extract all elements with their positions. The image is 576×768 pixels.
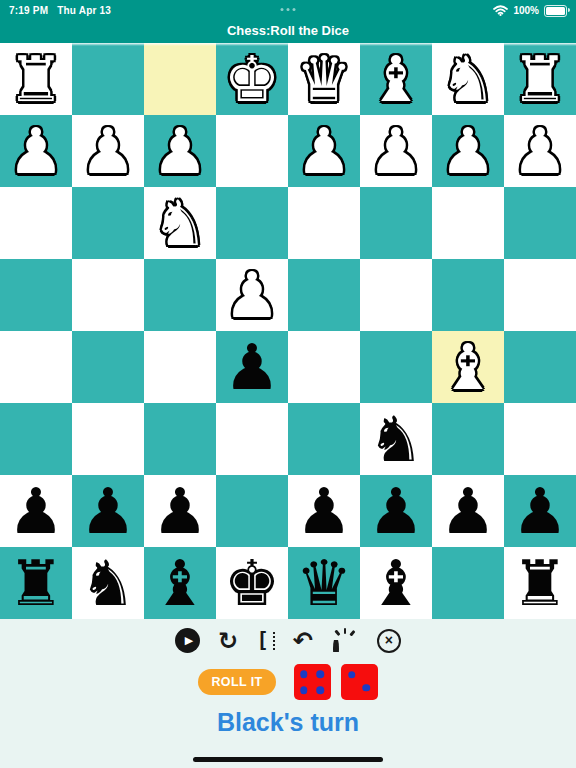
piece-black-knight: ♞ — [72, 547, 144, 619]
piece-white-knight: ♞ — [144, 187, 216, 259]
square-c8[interactable]: ♝ — [360, 547, 432, 619]
square-e3[interactable] — [216, 187, 288, 259]
piece-white-pawn: ♟ — [216, 259, 288, 331]
piece-black-pawn: ♟ — [432, 475, 504, 547]
square-h2[interactable]: ♟ — [0, 115, 72, 187]
turn-indicator: Black's turn — [0, 708, 576, 737]
redo-button[interactable]: ↻ — [218, 629, 238, 653]
square-f7[interactable]: ♟ — [144, 475, 216, 547]
undo-icon: ↶ — [293, 629, 313, 653]
square-c3[interactable] — [360, 187, 432, 259]
square-d1[interactable]: ♛ — [288, 43, 360, 115]
square-d5[interactable] — [288, 331, 360, 403]
piece-black-pawn: ♟ — [0, 475, 72, 547]
square-f2[interactable]: ♟ — [144, 115, 216, 187]
square-b1[interactable]: ♞ — [432, 43, 504, 115]
square-c7[interactable]: ♟ — [360, 475, 432, 547]
piece-black-king: ♚ — [216, 547, 288, 619]
hangup-icon — [334, 629, 340, 635]
square-a6[interactable] — [504, 403, 576, 475]
status-bar: 7:19 PM Thu Apr 13 100% — [0, 0, 576, 21]
multitask-dots-icon — [281, 8, 296, 11]
play-icon: ▶ — [182, 635, 193, 646]
piece-white-rook: ♜ — [504, 43, 576, 115]
square-g6[interactable] — [72, 403, 144, 475]
square-a5[interactable] — [504, 331, 576, 403]
square-d2[interactable]: ♟ — [288, 115, 360, 187]
square-h6[interactable] — [0, 403, 72, 475]
square-e2[interactable] — [216, 115, 288, 187]
home-indicator[interactable] — [193, 757, 383, 762]
square-c1[interactable]: ♝ — [360, 43, 432, 115]
square-b7[interactable]: ♟ — [432, 475, 504, 547]
app-screen: 7:19 PM Thu Apr 13 100% Chess:Roll the D… — [0, 0, 576, 768]
square-f8[interactable]: ♝ — [144, 547, 216, 619]
square-g7[interactable]: ♟ — [72, 475, 144, 547]
square-a2[interactable]: ♟ — [504, 115, 576, 187]
square-c5[interactable] — [360, 331, 432, 403]
piece-white-pawn: ♟ — [432, 115, 504, 187]
square-h1[interactable]: ♜ — [0, 43, 72, 115]
square-e7[interactable] — [216, 475, 288, 547]
square-b6[interactable] — [432, 403, 504, 475]
dice-tray — [294, 664, 378, 700]
piece-white-bishop: ♝ — [432, 331, 504, 403]
square-d6[interactable] — [288, 403, 360, 475]
piece-black-pawn: ♟ — [144, 475, 216, 547]
redo-icon: ↻ — [218, 629, 238, 653]
square-f4[interactable] — [144, 259, 216, 331]
square-e5[interactable]: ♟ — [216, 331, 288, 403]
square-d3[interactable] — [288, 187, 360, 259]
square-b2[interactable]: ♟ — [432, 115, 504, 187]
piece-white-queen: ♛ — [288, 43, 360, 115]
close-icon: × — [385, 633, 393, 647]
square-c2[interactable]: ♟ — [360, 115, 432, 187]
die-1-showing-4 — [294, 664, 331, 700]
piece-black-bishop: ♝ — [360, 547, 432, 619]
square-e6[interactable] — [216, 403, 288, 475]
square-h4[interactable] — [0, 259, 72, 331]
piece-white-pawn: ♟ — [72, 115, 144, 187]
piece-white-pawn: ♟ — [504, 115, 576, 187]
title-bar: Chess:Roll the Dice — [0, 21, 576, 43]
piece-black-bishop: ♝ — [144, 547, 216, 619]
square-a8[interactable]: ♜ — [504, 547, 576, 619]
square-g1[interactable] — [72, 43, 144, 115]
close-button[interactable]: × — [377, 629, 401, 653]
piece-white-bishop: ♝ — [360, 43, 432, 115]
square-g4[interactable] — [72, 259, 144, 331]
piece-black-rook: ♜ — [0, 547, 72, 619]
piece-black-pawn: ♟ — [216, 331, 288, 403]
square-d4[interactable] — [288, 259, 360, 331]
square-g8[interactable]: ♞ — [72, 547, 144, 619]
piece-black-rook: ♜ — [504, 547, 576, 619]
square-a4[interactable] — [504, 259, 576, 331]
square-e8[interactable]: ♚ — [216, 547, 288, 619]
date: Thu Apr 13 — [57, 5, 111, 16]
square-b5[interactable]: ♝ — [432, 331, 504, 403]
flip-board-icon: [ — [256, 630, 269, 651]
square-a7[interactable]: ♟ — [504, 475, 576, 547]
app-title: Chess:Roll the Dice — [227, 23, 349, 38]
piece-black-pawn: ♟ — [72, 475, 144, 547]
square-e1[interactable]: ♚ — [216, 43, 288, 115]
square-d8[interactable]: ♛ — [288, 547, 360, 619]
battery-percent: 100% — [513, 5, 539, 16]
square-c6[interactable]: ♞ — [360, 403, 432, 475]
square-f3[interactable]: ♞ — [144, 187, 216, 259]
piece-black-queen: ♛ — [288, 547, 360, 619]
piece-black-pawn: ♟ — [288, 475, 360, 547]
square-h3[interactable] — [0, 187, 72, 259]
toolbar: ▶ ↻ [ ↶ × — [0, 619, 576, 653]
square-f5[interactable] — [144, 331, 216, 403]
chess-board: ♜♚♛♝♞♜♟♟♟♟♟♟♟♞♟♟♝♞♟♟♟♟♟♟♟♜♞♝♚♛♝♜ — [0, 43, 576, 619]
clock: 7:19 PM — [9, 5, 48, 16]
die-2-showing-2 — [341, 664, 378, 700]
piece-black-pawn: ♟ — [504, 475, 576, 547]
square-g3[interactable] — [72, 187, 144, 259]
dice-controls: ROLL IT — [0, 664, 576, 700]
piece-black-pawn: ♟ — [360, 475, 432, 547]
square-b4[interactable] — [432, 259, 504, 331]
square-a1[interactable]: ♜ — [504, 43, 576, 115]
roll-it-button[interactable]: ROLL IT — [198, 669, 275, 695]
square-f1[interactable] — [144, 43, 216, 115]
undo-button[interactable]: ↶ — [293, 629, 313, 653]
piece-black-knight: ♞ — [360, 403, 432, 475]
square-g5[interactable] — [72, 331, 144, 403]
bottom-panel: ▶ ↻ [ ↶ × ROLL IT — [0, 619, 576, 768]
flip-board-button[interactable]: [ — [256, 630, 275, 651]
battery-icon — [544, 5, 567, 17]
square-a3[interactable] — [504, 187, 576, 259]
dotted-line-icon — [273, 632, 275, 650]
piece-white-knight: ♞ — [432, 43, 504, 115]
piece-white-rook: ♜ — [0, 43, 72, 115]
status-right: 100% — [493, 5, 567, 17]
square-h8[interactable]: ♜ — [0, 547, 72, 619]
square-e4[interactable]: ♟ — [216, 259, 288, 331]
square-h7[interactable]: ♟ — [0, 475, 72, 547]
piece-white-pawn: ♟ — [288, 115, 360, 187]
square-d7[interactable]: ♟ — [288, 475, 360, 547]
square-b3[interactable] — [432, 187, 504, 259]
square-b8[interactable] — [432, 547, 504, 619]
piece-white-pawn: ♟ — [0, 115, 72, 187]
wifi-icon — [493, 5, 508, 16]
piece-white-pawn: ♟ — [144, 115, 216, 187]
piece-white-king: ♚ — [216, 43, 288, 115]
play-button[interactable]: ▶ — [175, 628, 200, 653]
square-f6[interactable] — [144, 403, 216, 475]
square-h5[interactable] — [0, 331, 72, 403]
square-g2[interactable]: ♟ — [72, 115, 144, 187]
resign-button[interactable] — [331, 629, 359, 653]
status-left: 7:19 PM Thu Apr 13 — [9, 5, 111, 16]
piece-white-pawn: ♟ — [360, 115, 432, 187]
square-c4[interactable] — [360, 259, 432, 331]
